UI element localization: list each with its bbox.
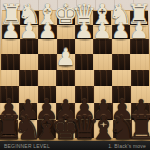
square[interactable] xyxy=(19,70,38,86)
piece-wP[interactable]: ♟ xyxy=(93,20,113,42)
square[interactable] xyxy=(130,54,148,70)
board-row xyxy=(1,70,150,86)
square[interactable] xyxy=(1,54,19,70)
square[interactable] xyxy=(75,54,93,70)
piece-wP[interactable]: ♟ xyxy=(74,20,94,42)
status-bar: BEGINNER LEVEL 1. Black's move xyxy=(0,141,150,150)
piece-wP[interactable]: ♟ xyxy=(1,20,21,42)
piece-bR[interactable]: ♜ xyxy=(127,111,150,144)
square[interactable] xyxy=(1,70,20,86)
difficulty-level-label: BEGINNER LEVEL xyxy=(4,143,50,149)
piece-wP[interactable]: ♟ xyxy=(55,46,76,69)
square[interactable] xyxy=(93,54,111,70)
square[interactable] xyxy=(75,70,94,86)
square[interactable] xyxy=(56,70,75,86)
piece-wP[interactable]: ♟ xyxy=(38,20,58,42)
move-turn-indicator: 1. Black's move xyxy=(108,143,146,149)
piece-wP[interactable]: ♟ xyxy=(129,20,149,42)
square[interactable] xyxy=(38,54,56,70)
square[interactable] xyxy=(131,70,150,86)
square[interactable] xyxy=(38,70,57,86)
piece-wP[interactable]: ♟ xyxy=(111,20,131,42)
square[interactable] xyxy=(94,70,113,86)
chess-app-window: ♜♞♝♚♛♝♞♜♟♟♟♟♟♟♟♟♟♟♟♟♟♟♟♟♜♞♝♚♛♝♞♜ BEGINNE… xyxy=(0,0,150,150)
square[interactable] xyxy=(112,54,130,70)
piece-wP[interactable]: ♟ xyxy=(19,20,39,42)
square[interactable] xyxy=(112,70,131,86)
square[interactable] xyxy=(20,54,38,70)
